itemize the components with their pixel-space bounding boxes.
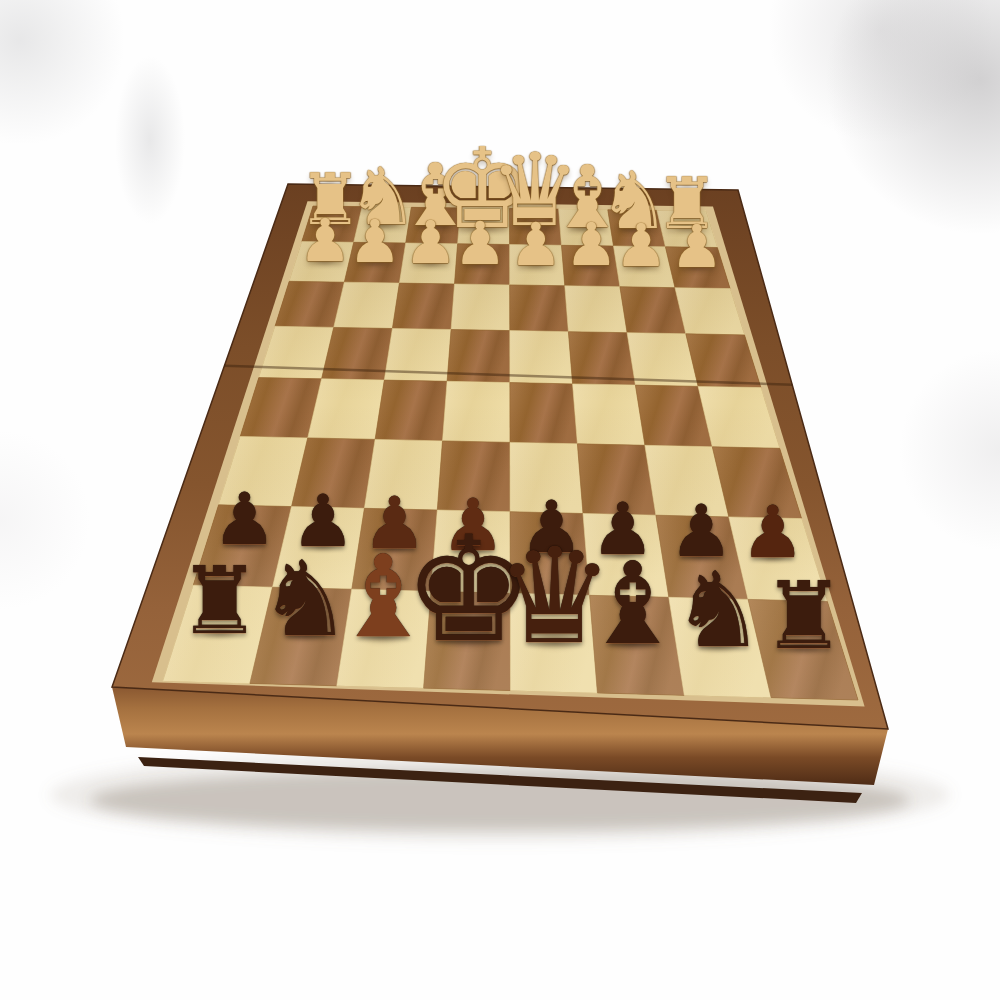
photo-stage: ♜♞♝♚♛♝♞♜♟♟♟♟♟♟♟♟♟♟♟♟♟♟♟♟♜♞♝♚♛♝♞♜	[0, 0, 1000, 1000]
knight-glyph: ♞	[672, 558, 765, 662]
pawn-glyph: ♟	[454, 214, 507, 273]
rook-glyph: ♜	[178, 554, 262, 647]
pawn-glyph: ♟	[509, 215, 562, 274]
pawn-glyph: ♟	[615, 216, 668, 275]
bishop-glyph: ♝	[582, 547, 684, 661]
pawn-glyph: ♟	[298, 211, 351, 270]
pawn-glyph: ♟	[565, 215, 618, 274]
pawn-glyph: ♟	[670, 217, 723, 276]
pawn-glyph: ♟	[348, 212, 401, 271]
pawn-glyph: ♟	[404, 213, 457, 272]
rook-glyph: ♜	[762, 569, 846, 662]
